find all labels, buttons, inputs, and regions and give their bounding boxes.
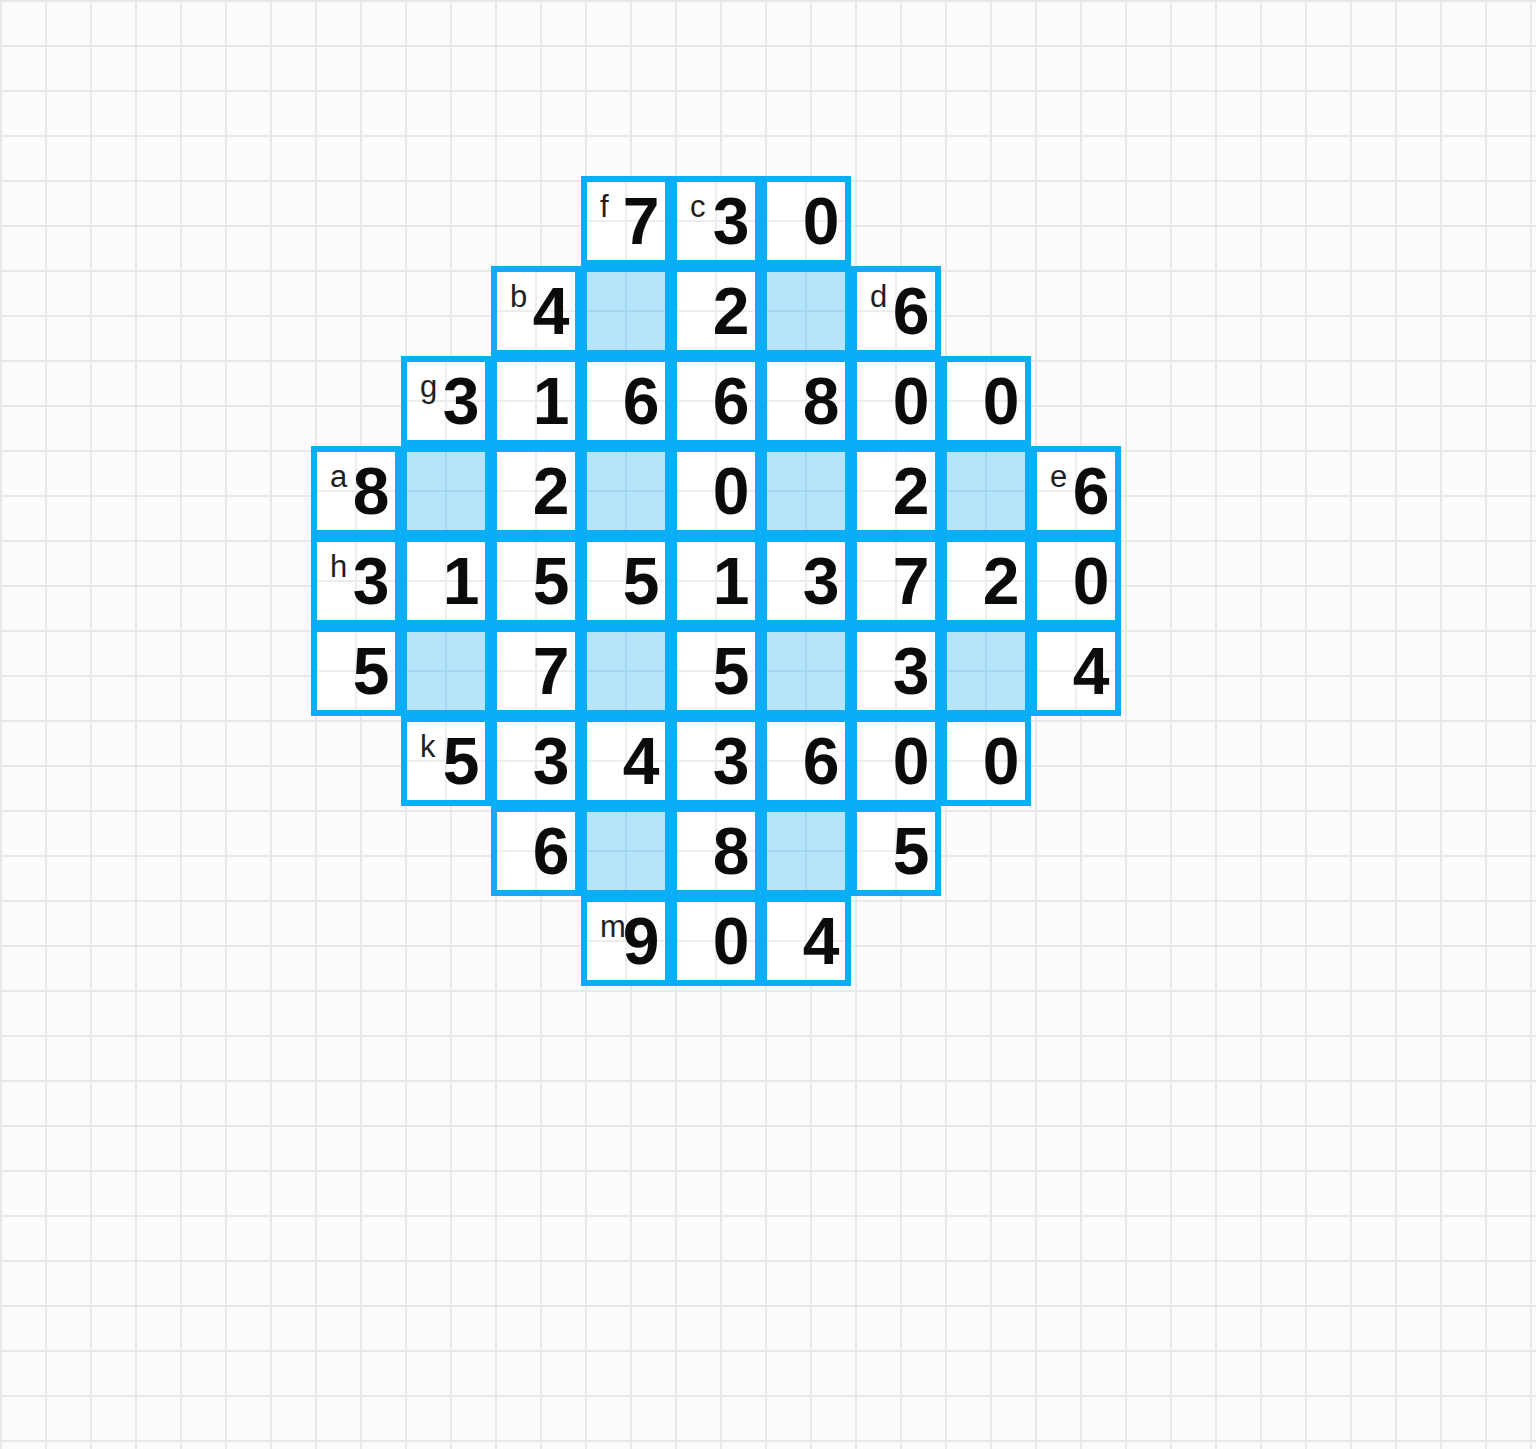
cell-r4c8[interactable] bbox=[941, 446, 1031, 536]
cell-digit: 3 bbox=[497, 722, 575, 800]
cell-digit: 8 bbox=[677, 812, 755, 890]
cell-digit: 0 bbox=[947, 362, 1025, 440]
cell-r3c7[interactable]: 0 bbox=[851, 356, 941, 446]
cell-r8c5[interactable]: 8 bbox=[671, 806, 761, 896]
cell-r6c7[interactable]: 3 bbox=[851, 626, 941, 716]
cell-r3c2[interactable]: g3 bbox=[401, 356, 491, 446]
cell-r6c4[interactable] bbox=[581, 626, 671, 716]
cell-r5c5[interactable]: 1 bbox=[671, 536, 761, 626]
cell-digit: 6 bbox=[497, 812, 575, 890]
cell-r4c5[interactable]: 0 bbox=[671, 446, 761, 536]
cell-r7c4[interactable]: 4 bbox=[581, 716, 671, 806]
cell-r3c8[interactable]: 0 bbox=[941, 356, 1031, 446]
cell-digit: 3 bbox=[317, 542, 395, 620]
cell-r8c4[interactable] bbox=[581, 806, 671, 896]
cell-r7c5[interactable]: 3 bbox=[671, 716, 761, 806]
cell-digit: 0 bbox=[677, 452, 755, 530]
cell-r4c4[interactable] bbox=[581, 446, 671, 536]
cell-r6c9[interactable]: 4 bbox=[1031, 626, 1121, 716]
cell-r1c5[interactable]: c3 bbox=[671, 176, 761, 266]
cell-digit: 5 bbox=[407, 722, 485, 800]
cell-r8c7[interactable]: 5 bbox=[851, 806, 941, 896]
cell-digit: 2 bbox=[677, 272, 755, 350]
cell-digit: 5 bbox=[497, 542, 575, 620]
cell-r7c2[interactable]: k5 bbox=[401, 716, 491, 806]
cell-digit: 6 bbox=[857, 272, 935, 350]
cell-digit: 6 bbox=[767, 722, 845, 800]
cell-r5c7[interactable]: 7 bbox=[851, 536, 941, 626]
cell-digit: 6 bbox=[1037, 452, 1115, 530]
cell-digit: 0 bbox=[767, 182, 845, 260]
cell-r4c1[interactable]: a8 bbox=[311, 446, 401, 536]
cell-digit: 5 bbox=[677, 632, 755, 710]
cell-digit: 3 bbox=[767, 542, 845, 620]
cell-digit: 5 bbox=[857, 812, 935, 890]
cell-digit: 8 bbox=[767, 362, 845, 440]
cell-r7c8[interactable]: 0 bbox=[941, 716, 1031, 806]
cell-r2c4[interactable] bbox=[581, 266, 671, 356]
cell-digit: 0 bbox=[677, 902, 755, 980]
cell-r7c3[interactable]: 3 bbox=[491, 716, 581, 806]
cell-r5c4[interactable]: 5 bbox=[581, 536, 671, 626]
cell-r5c1[interactable]: h3 bbox=[311, 536, 401, 626]
cell-digit: 3 bbox=[677, 722, 755, 800]
cell-r9c5[interactable]: 0 bbox=[671, 896, 761, 986]
cell-digit: 5 bbox=[587, 542, 665, 620]
cell-r3c3[interactable]: 1 bbox=[491, 356, 581, 446]
cell-digit: 4 bbox=[1037, 632, 1115, 710]
puzzle-board: f7c30b42d6g3166800a8202e6h31551372057534… bbox=[311, 176, 1121, 986]
cell-digit: 3 bbox=[407, 362, 485, 440]
cell-digit: 5 bbox=[317, 632, 395, 710]
cell-r2c5[interactable]: 2 bbox=[671, 266, 761, 356]
cell-r6c6[interactable] bbox=[761, 626, 851, 716]
cell-digit: 2 bbox=[947, 542, 1025, 620]
cell-r9c4[interactable]: m9 bbox=[581, 896, 671, 986]
cell-digit: 1 bbox=[677, 542, 755, 620]
cell-digit: 0 bbox=[857, 362, 935, 440]
cell-r4c9[interactable]: e6 bbox=[1031, 446, 1121, 536]
cell-r6c2[interactable] bbox=[401, 626, 491, 716]
cell-r2c6[interactable] bbox=[761, 266, 851, 356]
cell-r3c6[interactable]: 8 bbox=[761, 356, 851, 446]
cell-r8c6[interactable] bbox=[761, 806, 851, 896]
cell-digit: 7 bbox=[497, 632, 575, 710]
cell-r1c4[interactable]: f7 bbox=[581, 176, 671, 266]
cell-r6c3[interactable]: 7 bbox=[491, 626, 581, 716]
cell-r7c7[interactable]: 0 bbox=[851, 716, 941, 806]
graph-paper-background: f7c30b42d6g3166800a8202e6h31551372057534… bbox=[0, 0, 1536, 1449]
cell-r4c6[interactable] bbox=[761, 446, 851, 536]
cell-r5c3[interactable]: 5 bbox=[491, 536, 581, 626]
cell-r7c6[interactable]: 6 bbox=[761, 716, 851, 806]
cell-r6c5[interactable]: 5 bbox=[671, 626, 761, 716]
cell-r4c2[interactable] bbox=[401, 446, 491, 536]
cell-r6c1[interactable]: 5 bbox=[311, 626, 401, 716]
cell-digit: 6 bbox=[587, 362, 665, 440]
cell-digit: 4 bbox=[767, 902, 845, 980]
cell-digit: 2 bbox=[857, 452, 935, 530]
cell-digit: 9 bbox=[587, 902, 665, 980]
cell-digit: 8 bbox=[317, 452, 395, 530]
cell-r8c3[interactable]: 6 bbox=[491, 806, 581, 896]
cell-digit: 0 bbox=[1037, 542, 1115, 620]
cell-r5c9[interactable]: 0 bbox=[1031, 536, 1121, 626]
cell-r4c7[interactable]: 2 bbox=[851, 446, 941, 536]
cell-digit: 6 bbox=[677, 362, 755, 440]
cell-digit: 3 bbox=[677, 182, 755, 260]
cell-digit: 1 bbox=[497, 362, 575, 440]
cell-digit: 7 bbox=[587, 182, 665, 260]
cell-r3c4[interactable]: 6 bbox=[581, 356, 671, 446]
cell-digit: 3 bbox=[857, 632, 935, 710]
cell-r5c6[interactable]: 3 bbox=[761, 536, 851, 626]
cell-digit: 4 bbox=[587, 722, 665, 800]
cell-r5c2[interactable]: 1 bbox=[401, 536, 491, 626]
cell-digit: 1 bbox=[407, 542, 485, 620]
cell-r2c7[interactable]: d6 bbox=[851, 266, 941, 356]
cell-digit: 2 bbox=[497, 452, 575, 530]
cell-r2c3[interactable]: b4 bbox=[491, 266, 581, 356]
cell-digit: 0 bbox=[947, 722, 1025, 800]
cell-digit: 7 bbox=[857, 542, 935, 620]
cell-r9c6[interactable]: 4 bbox=[761, 896, 851, 986]
cell-digit: 4 bbox=[497, 272, 575, 350]
cell-digit: 0 bbox=[857, 722, 935, 800]
cell-r5c8[interactable]: 2 bbox=[941, 536, 1031, 626]
cell-r1c6[interactable]: 0 bbox=[761, 176, 851, 266]
cell-r4c3[interactable]: 2 bbox=[491, 446, 581, 536]
cell-r3c5[interactable]: 6 bbox=[671, 356, 761, 446]
cell-r6c8[interactable] bbox=[941, 626, 1031, 716]
